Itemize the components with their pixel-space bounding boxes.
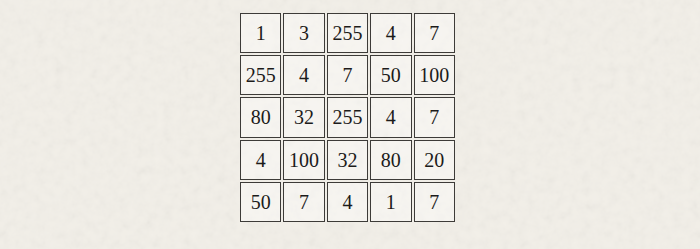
cell-r1-c2: 7 [327, 55, 368, 95]
cell-r0-c0: 1 [240, 13, 281, 53]
cell-r3-c4: 20 [414, 140, 455, 180]
cell-r0-c4: 7 [414, 13, 455, 53]
cell-r2-c4: 7 [414, 97, 455, 137]
cell-r3-c3: 80 [370, 140, 411, 180]
cell-r3-c1: 100 [283, 140, 324, 180]
page: 1 3 255 4 7 255 4 7 50 100 80 32 255 4 7… [0, 0, 700, 249]
cell-r2-c0: 80 [240, 97, 281, 137]
cell-r2-c3: 4 [370, 97, 411, 137]
cell-r0-c2: 255 [327, 13, 368, 53]
cell-r1-c4: 100 [414, 55, 455, 95]
cell-r4-c3: 1 [370, 182, 411, 222]
cell-r4-c1: 7 [283, 182, 324, 222]
cell-r4-c4: 7 [414, 182, 455, 222]
cell-r3-c0: 4 [240, 140, 281, 180]
cell-r1-c0: 255 [240, 55, 281, 95]
cell-r4-c2: 4 [327, 182, 368, 222]
cell-r0-c3: 4 [370, 13, 411, 53]
cell-r3-c2: 32 [327, 140, 368, 180]
cell-r0-c1: 3 [283, 13, 324, 53]
cell-r4-c0: 50 [240, 182, 281, 222]
number-grid: 1 3 255 4 7 255 4 7 50 100 80 32 255 4 7… [240, 13, 455, 222]
cell-r2-c1: 32 [283, 97, 324, 137]
cell-r1-c3: 50 [370, 55, 411, 95]
cell-r2-c2: 255 [327, 97, 368, 137]
cell-r1-c1: 4 [283, 55, 324, 95]
